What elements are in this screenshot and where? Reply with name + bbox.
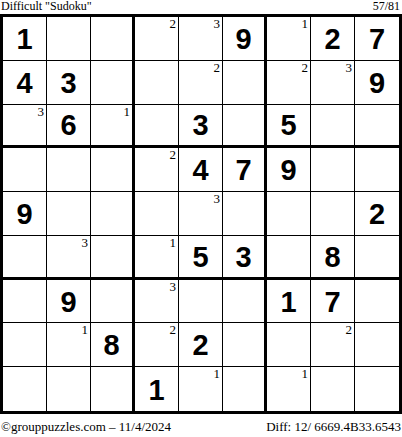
- given-digit: 9: [267, 148, 310, 191]
- cell-r2c9[interactable]: 9: [355, 61, 399, 105]
- cell-r4c5[interactable]: 4: [179, 148, 223, 192]
- cell-r9c6[interactable]: [223, 367, 267, 411]
- cell-r6c4[interactable]: 1: [135, 236, 179, 280]
- pencil-mark: 1: [302, 16, 309, 31]
- cell-r8c1[interactable]: [3, 323, 47, 367]
- cell-r3c6[interactable]: [223, 105, 267, 149]
- cell-r6c9[interactable]: [355, 236, 399, 280]
- cell-r9c1[interactable]: [3, 367, 47, 411]
- cell-r8c6[interactable]: [223, 323, 267, 367]
- cell-r7c4[interactable]: 3: [135, 280, 179, 324]
- given-digit: 7: [311, 280, 354, 323]
- given-digit: 1: [135, 367, 178, 411]
- pencil-mark: 1: [302, 366, 309, 381]
- given-digit: 8: [91, 323, 132, 366]
- given-digit: 2: [311, 17, 354, 60]
- cell-r4c4[interactable]: 2: [135, 148, 179, 192]
- given-digit: 1: [267, 280, 310, 323]
- cell-r7c7[interactable]: 1: [267, 280, 311, 324]
- sudoku-board: 1239127432239361352479932315389317182221…: [0, 14, 402, 414]
- cell-r2c5[interactable]: 2: [179, 61, 223, 105]
- cell-r1c4[interactable]: 2: [135, 17, 179, 61]
- cell-r8c7[interactable]: [267, 323, 311, 367]
- cell-r6c6[interactable]: 3: [223, 236, 267, 280]
- cell-r1c9[interactable]: 7: [355, 17, 399, 61]
- cell-r6c5[interactable]: 5: [179, 236, 223, 280]
- given-digit: 4: [3, 61, 46, 104]
- cell-r5c8[interactable]: [311, 192, 355, 236]
- pencil-mark: 1: [82, 322, 89, 337]
- difficulty-text: Diff: 12/ 6669.4B33.6543: [266, 419, 401, 434]
- cell-r1c5[interactable]: 3: [179, 17, 223, 61]
- copyright-text: ©grouppuzzles.com – 11/4/2024: [1, 419, 171, 434]
- remaining-counter: 57/81: [373, 0, 400, 13]
- pencil-mark: 1: [214, 366, 221, 381]
- given-digit: 3: [179, 105, 222, 146]
- pencil-mark: 3: [82, 235, 89, 250]
- cell-r9c3[interactable]: [91, 367, 135, 411]
- cell-r5c3[interactable]: [91, 192, 135, 236]
- cell-r3c7[interactable]: 5: [267, 105, 311, 149]
- cell-r1c2[interactable]: [47, 17, 91, 61]
- given-digit: 7: [355, 17, 399, 60]
- cell-r7c1[interactable]: [3, 280, 47, 324]
- cell-r3c2[interactable]: 6: [47, 105, 91, 149]
- pencil-mark: 3: [38, 104, 45, 119]
- pencil-mark: 3: [170, 279, 177, 294]
- pencil-mark: 1: [124, 104, 131, 119]
- cell-r6c3[interactable]: [91, 236, 135, 280]
- cell-r1c7[interactable]: 1: [267, 17, 311, 61]
- given-digit: 5: [179, 236, 222, 277]
- cell-r4c8[interactable]: [311, 148, 355, 192]
- cell-r4c1[interactable]: [3, 148, 47, 192]
- puzzle-title: Difficult "Sudoku": [1, 0, 92, 13]
- cell-r7c5[interactable]: [179, 280, 223, 324]
- cell-r2c8[interactable]: 3: [311, 61, 355, 105]
- cell-r3c1[interactable]: 3: [3, 105, 47, 149]
- cell-r3c5[interactable]: 3: [179, 105, 223, 149]
- cell-r8c3[interactable]: 8: [91, 323, 135, 367]
- cell-r1c8[interactable]: 2: [311, 17, 355, 61]
- cell-r4c7[interactable]: 9: [267, 148, 311, 192]
- pencil-mark: 2: [214, 60, 221, 75]
- footer: ©grouppuzzles.com – 11/4/2024 Diff: 12/ …: [0, 414, 402, 437]
- cell-r2c2[interactable]: 3: [47, 61, 91, 105]
- pencil-mark: 1: [170, 235, 177, 250]
- cell-r4c2[interactable]: [47, 148, 91, 192]
- cell-r5c6[interactable]: [223, 192, 267, 236]
- cell-r5c5[interactable]: 3: [179, 192, 223, 236]
- pencil-mark: 3: [214, 191, 221, 206]
- cell-r3c3[interactable]: 1: [91, 105, 135, 149]
- cell-r3c4[interactable]: [135, 105, 179, 149]
- cell-r9c4[interactable]: 1: [135, 367, 179, 411]
- cell-r2c7[interactable]: 2: [267, 61, 311, 105]
- cell-r5c9[interactable]: 2: [355, 192, 399, 236]
- given-digit: 1: [3, 17, 46, 60]
- pencil-mark: 2: [346, 322, 353, 337]
- given-digit: 9: [223, 17, 264, 60]
- pencil-mark: 3: [346, 60, 353, 75]
- given-digit: 9: [355, 61, 399, 104]
- pencil-mark: 2: [302, 60, 309, 75]
- cell-r7c9[interactable]: [355, 280, 399, 324]
- pencil-mark: 3: [214, 16, 221, 31]
- cell-r9c9[interactable]: [355, 367, 399, 411]
- cell-r7c2[interactable]: 9: [47, 280, 91, 324]
- cell-r8c4[interactable]: 2: [135, 323, 179, 367]
- cell-r9c2[interactable]: [47, 367, 91, 411]
- pencil-mark: 2: [170, 322, 177, 337]
- cell-r6c7[interactable]: [267, 236, 311, 280]
- given-digit: 4: [179, 148, 222, 191]
- cell-r8c8[interactable]: 2: [311, 323, 355, 367]
- cell-r8c2[interactable]: 1: [47, 323, 91, 367]
- given-digit: 5: [267, 105, 310, 146]
- cell-r7c3[interactable]: [91, 280, 135, 324]
- cell-r8c5[interactable]: 2: [179, 323, 223, 367]
- cell-r1c3[interactable]: [91, 17, 135, 61]
- given-digit: 6: [47, 105, 90, 146]
- cell-r4c9[interactable]: [355, 148, 399, 192]
- given-digit: 9: [47, 280, 90, 323]
- cell-r5c2[interactable]: [47, 192, 91, 236]
- header: Difficult "Sudoku" 57/81: [0, 0, 402, 14]
- cell-r2c6[interactable]: [223, 61, 267, 105]
- given-digit: 2: [179, 323, 222, 366]
- given-digit: 9: [3, 192, 46, 235]
- given-digit: 3: [223, 236, 264, 277]
- given-digit: 3: [47, 61, 90, 104]
- cell-r6c1[interactable]: [3, 236, 47, 280]
- cell-r9c5[interactable]: 1: [179, 367, 223, 411]
- cell-r1c6[interactable]: 9: [223, 17, 267, 61]
- cell-r5c1[interactable]: 9: [3, 192, 47, 236]
- pencil-mark: 2: [170, 147, 177, 162]
- cell-r2c3[interactable]: [91, 61, 135, 105]
- cell-r5c4[interactable]: [135, 192, 179, 236]
- cell-r3c9[interactable]: [355, 105, 399, 149]
- cell-r3c8[interactable]: [311, 105, 355, 149]
- pencil-mark: 2: [170, 16, 177, 31]
- cell-r4c3[interactable]: [91, 148, 135, 192]
- cell-r2c4[interactable]: [135, 61, 179, 105]
- cell-r2c1[interactable]: 4: [3, 61, 47, 105]
- cell-r7c8[interactable]: 7: [311, 280, 355, 324]
- cell-r7c6[interactable]: [223, 280, 267, 324]
- cell-r9c8[interactable]: [311, 367, 355, 411]
- cell-r5c7[interactable]: [267, 192, 311, 236]
- given-digit: 2: [355, 192, 399, 235]
- cell-r4c6[interactable]: 7: [223, 148, 267, 192]
- cell-r8c9[interactable]: [355, 323, 399, 367]
- given-digit: 8: [311, 236, 354, 277]
- sudoku-page: Difficult "Sudoku" 57/81 123912743223936…: [0, 0, 402, 437]
- given-digit: 7: [223, 148, 264, 191]
- cell-r9c7[interactable]: 1: [267, 367, 311, 411]
- cell-r6c8[interactable]: 8: [311, 236, 355, 280]
- cell-r6c2[interactable]: 3: [47, 236, 91, 280]
- cell-r1c1[interactable]: 1: [3, 17, 47, 61]
